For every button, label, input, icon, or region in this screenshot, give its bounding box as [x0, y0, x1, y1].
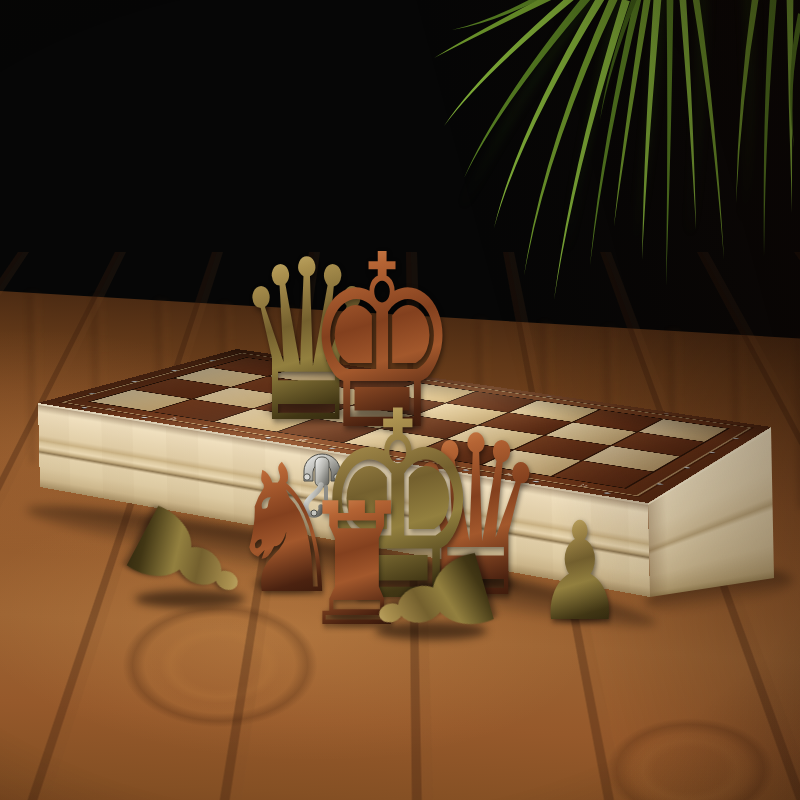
chess-set-photo: abcdefgh ♛♚ ♞♛♚♟♟♜♟ [0, 0, 800, 800]
pieces-on-table: ♞♛♚♟♟♜♟ [0, 0, 800, 800]
pawn-brass-right: ♟ [531, 505, 629, 641]
